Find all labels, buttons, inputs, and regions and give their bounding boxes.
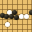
grid-line-horizontal [0,4,32,5]
black-stone[interactable] [9,14,14,19]
black-stone[interactable] [29,10,32,15]
go-board[interactable] [0,0,32,32]
white-stone[interactable] [5,22,10,27]
white-stone[interactable] [24,14,29,19]
grid-line-horizontal [0,29,32,30]
grid-line-vertical [31,0,32,32]
